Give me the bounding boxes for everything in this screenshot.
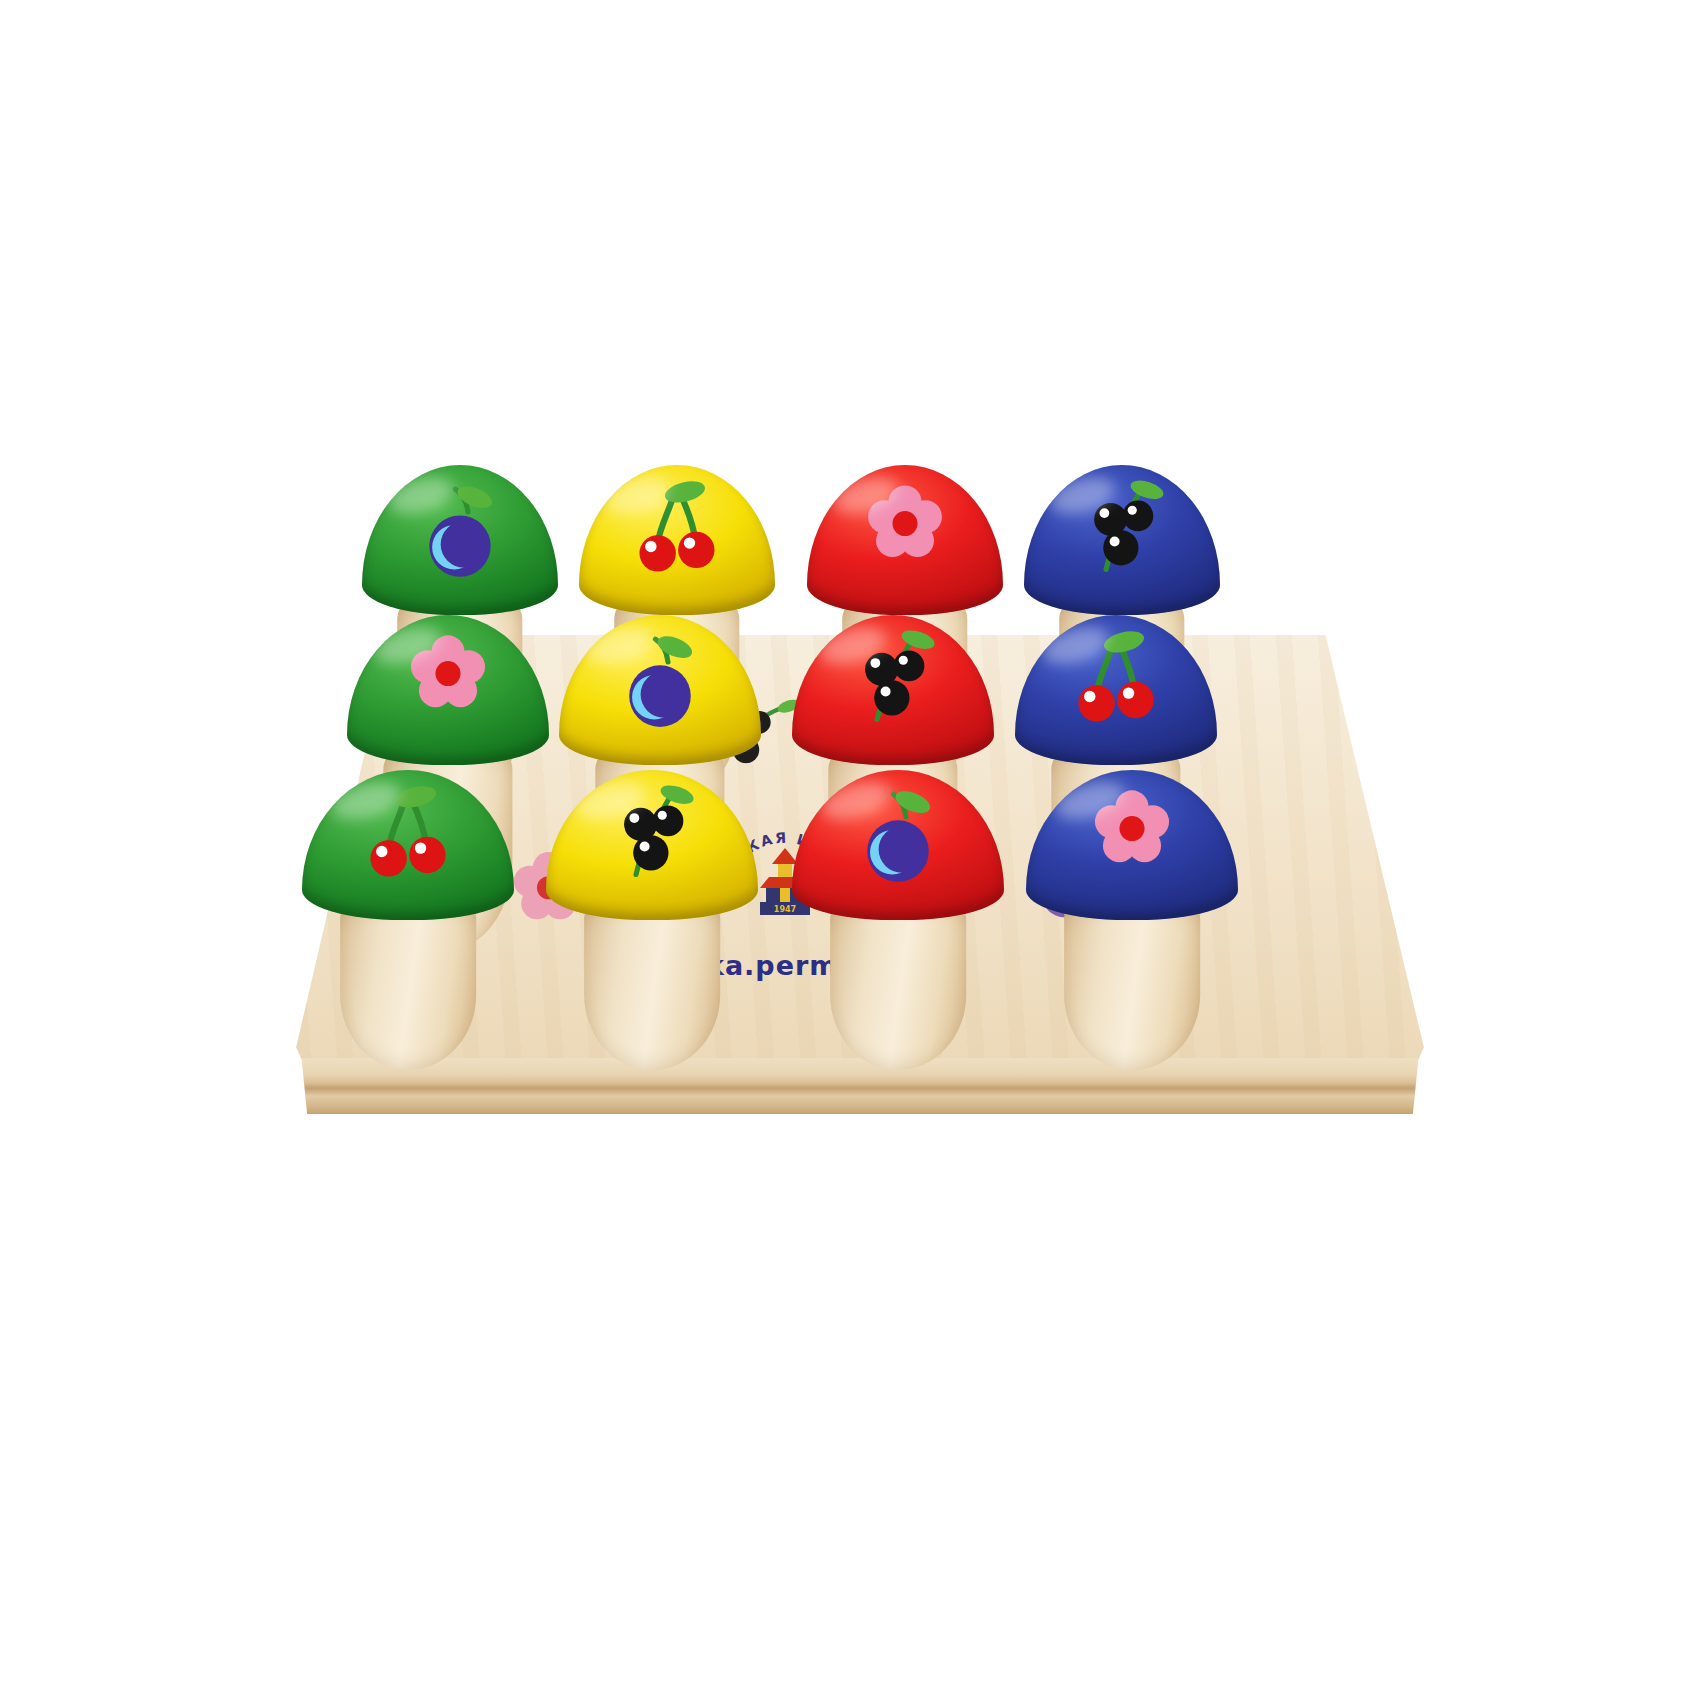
mushroom-cap-blue (1015, 615, 1217, 765)
blackcurrants-icon (591, 781, 714, 895)
blackcurrants-icon (834, 626, 951, 740)
mushroom-cap-green (347, 615, 549, 765)
mushroom-cap-yellow (546, 770, 758, 920)
mushroom-cap-red (792, 615, 994, 765)
cherries-icon (347, 782, 470, 896)
flower-icon (848, 465, 962, 576)
mushroom-cap-blue (1024, 465, 1220, 615)
flower-icon (389, 615, 506, 726)
mushroom-cap-green (302, 770, 514, 920)
mushroom-peg-yellow-currants[interactable] (546, 770, 758, 1070)
board-grid (330, 430, 1250, 1070)
mushroom-cap-yellow (559, 615, 761, 765)
mushroom-peg-green-cherries[interactable] (302, 770, 514, 1070)
flower-icon (1071, 770, 1194, 881)
mushroom-cap-red (792, 770, 1004, 920)
plum-icon (837, 785, 960, 899)
board-cell-r3c4 (1020, 950, 1250, 1070)
board-cell-r3c3 (790, 950, 1020, 1070)
mushroom-cap-green (362, 465, 558, 615)
cherries-icon (620, 477, 734, 591)
product-photo-scene: КАМСКАЯ ИГРУШКА 1947 hka.perm.ru (0, 0, 1700, 1700)
mushroom-peg-blue-flower[interactable] (1026, 770, 1238, 1070)
mushroom-cap-blue (1026, 770, 1238, 920)
mushroom-peg-red-plum[interactable] (792, 770, 1004, 1070)
board-cell-r3c2 (560, 950, 790, 1070)
plum-icon (601, 630, 718, 744)
mushroom-cap-red (807, 465, 1003, 615)
blackcurrants-icon (1065, 476, 1179, 590)
board-cell-r3c1 (330, 950, 560, 1070)
plum-icon (403, 480, 517, 594)
cherries-icon (1057, 627, 1174, 741)
mushroom-cap-yellow (579, 465, 775, 615)
